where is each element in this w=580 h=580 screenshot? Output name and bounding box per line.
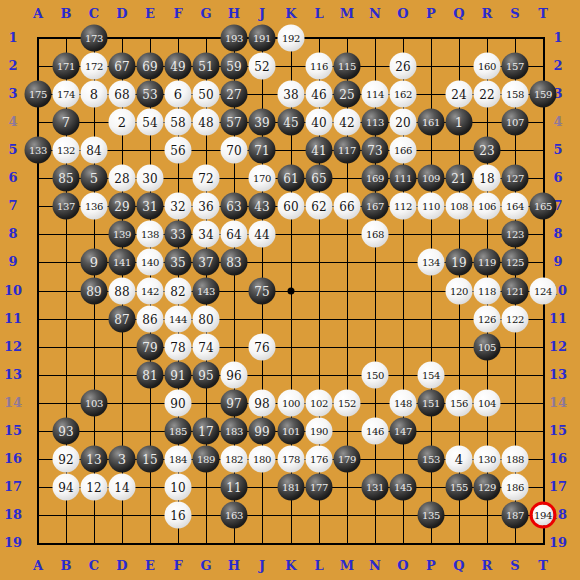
row-label-right-4: 4	[546, 115, 570, 129]
stone-F13: 91	[165, 362, 192, 389]
stone-P14: 151	[418, 390, 445, 417]
stone-F11: 144	[165, 306, 192, 333]
stone-G16: 189	[193, 446, 220, 473]
stone-L14: 102	[306, 390, 333, 417]
stone-G15: 17	[193, 418, 220, 445]
stone-C14: 103	[81, 390, 108, 417]
stone-E6: 30	[137, 165, 164, 192]
stone-M3: 25	[334, 81, 361, 108]
col-label-top-E: E	[138, 7, 162, 21]
stone-C5: 84	[81, 137, 108, 164]
col-label-top-R: R	[475, 7, 499, 21]
stone-R7: 106	[474, 193, 501, 220]
col-label-bottom-K: K	[279, 559, 303, 573]
row-label-left-5: 5	[1, 143, 25, 157]
stone-N15: 146	[362, 418, 389, 445]
stone-S2: 157	[502, 53, 529, 80]
stone-K1: 192	[278, 25, 305, 52]
stone-L16: 176	[306, 446, 333, 473]
stone-B3: 174	[53, 81, 80, 108]
stone-E2: 69	[137, 53, 164, 80]
stone-D16: 3	[109, 446, 136, 473]
col-label-top-H: H	[222, 7, 246, 21]
stone-B17: 94	[53, 474, 80, 501]
stone-C16: 13	[81, 446, 108, 473]
stone-C9: 9	[81, 249, 108, 276]
row-label-left-14: 14	[1, 396, 25, 410]
stone-H9: 83	[221, 249, 248, 276]
stone-K6: 61	[278, 165, 305, 192]
stone-E9: 140	[137, 249, 164, 276]
col-label-top-J: J	[250, 7, 274, 21]
star-point-K10	[288, 288, 295, 295]
stone-E12: 79	[137, 334, 164, 361]
stone-S11: 122	[502, 306, 529, 333]
stone-C3: 8	[81, 81, 108, 108]
row-label-right-14: 14	[546, 396, 570, 410]
col-label-bottom-R: R	[475, 559, 499, 573]
stone-R2: 160	[474, 53, 501, 80]
row-label-right-13: 13	[546, 368, 570, 382]
col-label-top-B: B	[54, 7, 78, 21]
stone-L15: 190	[306, 418, 333, 445]
stone-R11: 126	[474, 306, 501, 333]
stone-Q17: 155	[446, 474, 473, 501]
stone-D9: 141	[109, 249, 136, 276]
col-label-top-S: S	[503, 7, 527, 21]
stone-B5: 132	[53, 137, 80, 164]
stone-G4: 48	[193, 109, 220, 136]
col-label-top-C: C	[82, 7, 106, 21]
stone-C1: 173	[81, 25, 108, 52]
stone-R6: 18	[474, 165, 501, 192]
stone-M14: 152	[334, 390, 361, 417]
col-label-top-M: M	[335, 7, 359, 21]
col-label-bottom-E: E	[138, 559, 162, 573]
stone-N6: 169	[362, 165, 389, 192]
col-label-bottom-T: T	[531, 559, 555, 573]
row-label-left-6: 6	[1, 171, 25, 185]
row-label-right-6: 6	[546, 171, 570, 185]
stone-F7: 32	[165, 193, 192, 220]
stone-F8: 33	[165, 221, 192, 248]
row-label-left-17: 17	[1, 480, 25, 494]
stone-F17: 10	[165, 474, 192, 501]
stone-J14: 98	[249, 390, 276, 417]
stone-K7: 60	[278, 193, 305, 220]
stone-J7: 43	[249, 193, 276, 220]
stone-A5: 133	[25, 137, 52, 164]
stone-D10: 88	[109, 278, 136, 305]
stone-J2: 52	[249, 53, 276, 80]
stone-S4: 107	[502, 109, 529, 136]
stone-J6: 170	[249, 165, 276, 192]
stone-T7: 165	[530, 193, 557, 220]
stone-D8: 139	[109, 221, 136, 248]
stone-M5: 117	[334, 137, 361, 164]
stone-L6: 65	[306, 165, 333, 192]
col-label-bottom-C: C	[82, 559, 106, 573]
stone-Q9: 19	[446, 249, 473, 276]
col-label-top-O: O	[391, 7, 415, 21]
stone-Q3: 24	[446, 81, 473, 108]
stone-F4: 58	[165, 109, 192, 136]
col-label-bottom-H: H	[222, 559, 246, 573]
stone-L4: 40	[306, 109, 333, 136]
stone-K4: 45	[278, 109, 305, 136]
stone-E8: 138	[137, 221, 164, 248]
stone-H13: 96	[221, 362, 248, 389]
stone-F12: 78	[165, 334, 192, 361]
stone-L2: 116	[306, 53, 333, 80]
col-label-top-P: P	[419, 7, 443, 21]
stone-K3: 38	[278, 81, 305, 108]
col-label-bottom-F: F	[166, 559, 190, 573]
stone-B7: 137	[53, 193, 80, 220]
stone-O6: 111	[390, 165, 417, 192]
stone-R3: 22	[474, 81, 501, 108]
stone-H3: 27	[221, 81, 248, 108]
stone-J8: 44	[249, 221, 276, 248]
row-label-right-15: 15	[546, 424, 570, 438]
stone-O17: 145	[390, 474, 417, 501]
stone-H4: 57	[221, 109, 248, 136]
stone-J16: 180	[249, 446, 276, 473]
stone-L3: 46	[306, 81, 333, 108]
stone-Q16: 4	[446, 446, 473, 473]
stone-C10: 89	[81, 278, 108, 305]
stone-O14: 148	[390, 390, 417, 417]
row-label-left-2: 2	[1, 59, 25, 73]
stone-S3: 158	[502, 81, 529, 108]
stone-C17: 12	[81, 474, 108, 501]
col-label-bottom-P: P	[419, 559, 443, 573]
col-label-bottom-S: S	[503, 559, 527, 573]
stone-J5: 71	[249, 137, 276, 164]
stone-O2: 26	[390, 53, 417, 80]
stone-J15: 99	[249, 418, 276, 445]
stone-E10: 142	[137, 278, 164, 305]
col-label-bottom-D: D	[110, 559, 134, 573]
stone-L17: 177	[306, 474, 333, 501]
stone-G2: 51	[193, 53, 220, 80]
stone-J4: 39	[249, 109, 276, 136]
col-label-bottom-O: O	[391, 559, 415, 573]
col-label-top-D: D	[110, 7, 134, 21]
stone-H1: 193	[221, 25, 248, 52]
stone-E4: 54	[137, 109, 164, 136]
stone-Q14: 156	[446, 390, 473, 417]
stone-S18: 187	[502, 502, 529, 529]
stone-T3: 159	[530, 81, 557, 108]
stone-G3: 50	[193, 81, 220, 108]
stone-O5: 166	[390, 137, 417, 164]
stone-B6: 85	[53, 165, 80, 192]
stone-H5: 70	[221, 137, 248, 164]
col-label-top-A: A	[26, 7, 50, 21]
row-label-left-4: 4	[1, 115, 25, 129]
col-label-top-K: K	[279, 7, 303, 21]
stone-E3: 53	[137, 81, 164, 108]
stone-H2: 59	[221, 53, 248, 80]
stone-B15: 93	[53, 418, 80, 445]
col-label-bottom-J: J	[250, 559, 274, 573]
row-label-left-1: 1	[1, 31, 25, 45]
stone-A3: 175	[25, 81, 52, 108]
stone-H18: 163	[221, 502, 248, 529]
stone-F16: 184	[165, 446, 192, 473]
stone-J10: 75	[249, 278, 276, 305]
stone-F2: 49	[165, 53, 192, 80]
col-label-bottom-N: N	[363, 559, 387, 573]
stone-N4: 113	[362, 109, 389, 136]
stone-D11: 87	[109, 306, 136, 333]
stone-P9: 134	[418, 249, 445, 276]
stone-D4: 2	[109, 109, 136, 136]
stone-K17: 181	[278, 474, 305, 501]
stone-R10: 118	[474, 278, 501, 305]
row-label-right-5: 5	[546, 143, 570, 157]
stone-G7: 36	[193, 193, 220, 220]
stone-F3: 6	[165, 81, 192, 108]
stone-F15: 185	[165, 418, 192, 445]
stone-S17: 186	[502, 474, 529, 501]
stone-P7: 110	[418, 193, 445, 220]
stone-D7: 29	[109, 193, 136, 220]
stone-H17: 11	[221, 474, 248, 501]
stone-Q6: 21	[446, 165, 473, 192]
col-label-bottom-L: L	[307, 559, 331, 573]
stone-S6: 127	[502, 165, 529, 192]
stone-N5: 73	[362, 137, 389, 164]
stone-L7: 62	[306, 193, 333, 220]
stone-R14: 104	[474, 390, 501, 417]
stone-E13: 81	[137, 362, 164, 389]
row-label-right-19: 19	[546, 536, 570, 550]
stone-K15: 101	[278, 418, 305, 445]
col-label-bottom-A: A	[26, 559, 50, 573]
stone-F18: 16	[165, 502, 192, 529]
stone-O7: 112	[390, 193, 417, 220]
stone-N17: 131	[362, 474, 389, 501]
stone-O15: 147	[390, 418, 417, 445]
stone-S7: 164	[502, 193, 529, 220]
col-label-top-T: T	[531, 7, 555, 21]
stone-R17: 129	[474, 474, 501, 501]
col-label-bottom-B: B	[54, 559, 78, 573]
stone-B16: 92	[53, 446, 80, 473]
col-label-top-N: N	[363, 7, 387, 21]
stone-K14: 100	[278, 390, 305, 417]
stone-H8: 64	[221, 221, 248, 248]
row-label-left-19: 19	[1, 536, 25, 550]
row-label-left-15: 15	[1, 424, 25, 438]
row-label-left-10: 10	[1, 284, 25, 298]
stone-B4: 7	[53, 109, 80, 136]
col-label-top-G: G	[194, 7, 218, 21]
col-label-bottom-G: G	[194, 559, 218, 573]
row-label-left-18: 18	[1, 508, 25, 522]
row-label-right-2: 2	[546, 59, 570, 73]
row-label-left-9: 9	[1, 255, 25, 269]
stone-H15: 183	[221, 418, 248, 445]
stone-N13: 150	[362, 362, 389, 389]
col-label-top-F: F	[166, 7, 190, 21]
row-label-left-7: 7	[1, 199, 25, 213]
stone-K16: 178	[278, 446, 305, 473]
stone-H16: 182	[221, 446, 248, 473]
stone-C2: 172	[81, 53, 108, 80]
row-label-right-12: 12	[546, 340, 570, 354]
stone-D17: 14	[109, 474, 136, 501]
row-label-right-16: 16	[546, 452, 570, 466]
stone-R5: 23	[474, 137, 501, 164]
stone-S9: 125	[502, 249, 529, 276]
stone-R9: 119	[474, 249, 501, 276]
stone-G12: 74	[193, 334, 220, 361]
stone-F9: 35	[165, 249, 192, 276]
col-label-bottom-Q: Q	[447, 559, 471, 573]
row-label-left-12: 12	[1, 340, 25, 354]
row-label-right-11: 11	[546, 312, 570, 326]
stone-T10: 124	[530, 278, 557, 305]
row-label-right-1: 1	[546, 31, 570, 45]
stone-R12: 105	[474, 334, 501, 361]
row-label-right-8: 8	[546, 227, 570, 241]
row-label-right-9: 9	[546, 255, 570, 269]
stone-P18: 135	[418, 502, 445, 529]
stone-G13: 95	[193, 362, 220, 389]
stone-P13: 154	[418, 362, 445, 389]
go-board[interactable]: AABBCCDDEEFFGGHHJJKKLLMMNNOOPPQQRRSSTT11…	[0, 0, 580, 580]
col-label-top-Q: Q	[447, 7, 471, 21]
stone-E11: 86	[137, 306, 164, 333]
stone-G6: 72	[193, 165, 220, 192]
row-label-left-16: 16	[1, 452, 25, 466]
row-label-left-11: 11	[1, 312, 25, 326]
stone-P16: 153	[418, 446, 445, 473]
stone-M7: 66	[334, 193, 361, 220]
stone-E16: 15	[137, 446, 164, 473]
stone-M2: 115	[334, 53, 361, 80]
stone-D6: 28	[109, 165, 136, 192]
stone-N7: 167	[362, 193, 389, 220]
stone-Q7: 108	[446, 193, 473, 220]
stone-D2: 67	[109, 53, 136, 80]
row-label-left-3: 3	[1, 87, 25, 101]
stone-H7: 63	[221, 193, 248, 220]
stone-M16: 179	[334, 446, 361, 473]
stone-P4: 161	[418, 109, 445, 136]
row-label-right-17: 17	[546, 480, 570, 494]
stone-Q4: 1	[446, 109, 473, 136]
last-move-stone-T18: 194	[530, 502, 557, 529]
stone-B2: 171	[53, 53, 80, 80]
stone-N3: 114	[362, 81, 389, 108]
stone-G8: 34	[193, 221, 220, 248]
stone-F5: 56	[165, 137, 192, 164]
stone-J1: 191	[249, 25, 276, 52]
stone-G9: 37	[193, 249, 220, 276]
stone-H14: 97	[221, 390, 248, 417]
stone-E7: 31	[137, 193, 164, 220]
col-label-top-L: L	[307, 7, 331, 21]
stone-G10: 143	[193, 278, 220, 305]
stone-C7: 136	[81, 193, 108, 220]
stone-F14: 90	[165, 390, 192, 417]
stone-L5: 41	[306, 137, 333, 164]
stone-O3: 162	[390, 81, 417, 108]
stone-D3: 68	[109, 81, 136, 108]
stone-J12: 76	[249, 334, 276, 361]
stone-M4: 42	[334, 109, 361, 136]
stone-S16: 188	[502, 446, 529, 473]
stone-N8: 168	[362, 221, 389, 248]
stone-Q10: 120	[446, 278, 473, 305]
stone-C6: 5	[81, 165, 108, 192]
row-label-left-8: 8	[1, 227, 25, 241]
row-label-left-13: 13	[1, 368, 25, 382]
stone-S10: 121	[502, 278, 529, 305]
stone-F10: 82	[165, 278, 192, 305]
stone-P6: 109	[418, 165, 445, 192]
col-label-bottom-M: M	[335, 559, 359, 573]
stone-G11: 80	[193, 306, 220, 333]
stone-R16: 130	[474, 446, 501, 473]
stone-S8: 123	[502, 221, 529, 248]
stone-O4: 20	[390, 109, 417, 136]
